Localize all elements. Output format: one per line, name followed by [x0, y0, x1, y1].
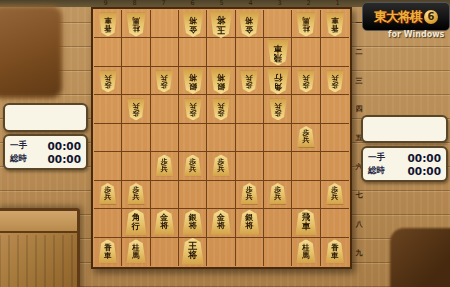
- file-label-7: 7: [149, 0, 178, 7]
- piece-kanji: 金: [245, 24, 253, 32]
- board-cell-2-7[interactable]: [292, 181, 320, 209]
- board-cell-9-4[interactable]: [94, 95, 122, 123]
- file-label-2: 2: [294, 0, 323, 7]
- board-cell-8-2[interactable]: [122, 38, 150, 66]
- board-cell-9-6[interactable]: [94, 152, 122, 180]
- board-cell-2-1[interactable]: 桂馬: [292, 10, 320, 38]
- board-cell-5-3[interactable]: 銀将: [207, 67, 235, 95]
- piece-sente-lance[interactable]: 香車: [98, 239, 117, 263]
- board-cell-1-8[interactable]: [321, 209, 349, 237]
- piece-kanji: 兵: [104, 74, 111, 81]
- board-cell-2-9[interactable]: 桂馬: [292, 238, 320, 266]
- piece-kanji: 馬: [302, 251, 310, 259]
- piece-gote-pawn[interactable]: 歩兵: [212, 98, 230, 120]
- sente-move-time: 00:00: [408, 152, 441, 164]
- board-file-labels: 987654321: [91, 0, 352, 7]
- piece-kanji: 銀: [217, 81, 225, 89]
- piece-sente-knight[interactable]: 桂馬: [296, 239, 316, 263]
- file-label-9: 9: [91, 0, 120, 7]
- piece-kanji: 金: [189, 24, 197, 32]
- board-cell-4-3[interactable]: 歩兵: [236, 67, 264, 95]
- board-cell-1-2[interactable]: [321, 38, 349, 66]
- board-cell-6-9[interactable]: 王将: [179, 238, 207, 266]
- piece-kanji: 行: [273, 72, 282, 81]
- piece-sente-pawn[interactable]: 歩兵: [99, 183, 117, 205]
- piece-kanji: 車: [302, 222, 311, 231]
- piece-kanji: 兵: [246, 74, 253, 81]
- board-cell-4-8[interactable]: 銀将: [236, 209, 264, 237]
- board-cell-2-3[interactable]: 歩兵: [292, 67, 320, 95]
- rank-label-2: 二: [353, 38, 365, 67]
- piece-kanji: 兵: [217, 102, 224, 109]
- board-cell-8-3[interactable]: [122, 67, 150, 95]
- piece-kanji: 兵: [161, 165, 168, 172]
- piece-kanji: 馬: [132, 17, 140, 25]
- piece-gote-pawn[interactable]: 歩兵: [155, 70, 173, 92]
- piece-gote-pawn[interactable]: 歩兵: [326, 70, 344, 92]
- board-cell-9-2[interactable]: [94, 38, 122, 66]
- rank-label-3: 三: [353, 66, 365, 95]
- piece-sente-pawn[interactable]: 歩兵: [155, 154, 173, 176]
- rank-label-9: 九: [353, 238, 365, 267]
- piece-kanji: 将: [160, 222, 168, 230]
- board-cell-9-5[interactable]: [94, 124, 122, 152]
- gote-total-label: 総時: [10, 153, 27, 165]
- board-cell-6-7[interactable]: [179, 181, 207, 209]
- sente-clock-total-row: 総時 00:00: [368, 165, 441, 177]
- board-cell-5-4[interactable]: 歩兵: [207, 95, 235, 123]
- board-cell-6-3[interactable]: 銀将: [179, 67, 207, 95]
- file-label-8: 8: [120, 0, 149, 7]
- piece-sente-silver[interactable]: 銀将: [182, 210, 203, 235]
- piece-kanji: 歩: [189, 109, 196, 116]
- piece-sente-king[interactable]: 王将: [181, 238, 204, 265]
- gote-nameplate: [3, 103, 88, 132]
- app-logo: 東大将棋 6: [362, 2, 450, 31]
- board-cell-8-7[interactable]: 歩兵: [122, 181, 150, 209]
- board-cell-1-1[interactable]: 香車: [321, 10, 349, 38]
- piece-kanji: 兵: [217, 165, 224, 172]
- board-cell-5-6[interactable]: 歩兵: [207, 152, 235, 180]
- piece-kanji: 車: [104, 17, 112, 25]
- piece-gote-pawn[interactable]: 歩兵: [297, 70, 315, 92]
- piece-kanji: 将: [189, 222, 197, 230]
- board-grid: 香車桂馬金将玉将金将桂馬香車飛車歩兵歩兵銀将銀将歩兵角行歩兵歩兵歩兵歩兵歩兵歩兵…: [94, 10, 349, 266]
- board-cell-7-5[interactable]: [151, 124, 179, 152]
- piece-kanji: 将: [245, 16, 253, 24]
- board-cell-9-7[interactable]: 歩兵: [94, 181, 122, 209]
- board-cell-7-2[interactable]: [151, 38, 179, 66]
- piece-kanji: 歩: [132, 109, 139, 116]
- piece-kanji: 行: [132, 222, 141, 231]
- board-cell-4-2[interactable]: [236, 38, 264, 66]
- app-logo-subtitle: for Windows: [388, 30, 448, 39]
- board-cell-2-2[interactable]: [292, 38, 320, 66]
- sente-total-time: 00:00: [408, 165, 441, 177]
- piece-gote-pawn[interactable]: 歩兵: [127, 98, 145, 120]
- board-cell-9-3[interactable]: 歩兵: [94, 67, 122, 95]
- piece-box: [0, 208, 80, 287]
- board-cell-7-6[interactable]: 歩兵: [151, 152, 179, 180]
- board-cell-3-9[interactable]: [264, 238, 292, 266]
- board-cell-5-5[interactable]: [207, 124, 235, 152]
- board-cell-4-4[interactable]: [236, 95, 264, 123]
- rank-label-1: 一: [353, 9, 365, 38]
- board-cell-8-8[interactable]: 角行: [122, 209, 150, 237]
- piece-kanji: 兵: [302, 74, 309, 81]
- board-cell-8-9[interactable]: 桂馬: [122, 238, 150, 266]
- gote-clock: 一手 00:00 総時 00:00: [3, 134, 88, 170]
- piece-sente-pawn[interactable]: 歩兵: [297, 126, 315, 148]
- board-cell-4-9[interactable]: [236, 238, 264, 266]
- piece-gote-lance[interactable]: 香車: [98, 12, 117, 36]
- piece-kanji: 将: [217, 222, 225, 230]
- board-cell-7-9[interactable]: [151, 238, 179, 266]
- piece-kanji: 将: [189, 16, 197, 24]
- piece-gote-pawn[interactable]: 歩兵: [184, 98, 202, 120]
- piece-sente-pawn[interactable]: 歩兵: [212, 154, 230, 176]
- board-cell-7-8[interactable]: 金将: [151, 209, 179, 237]
- piece-kanji: 飛: [273, 53, 282, 62]
- board-cell-6-8[interactable]: 銀将: [179, 209, 207, 237]
- piece-sente-silver[interactable]: 銀将: [239, 210, 260, 235]
- piece-gote-knight[interactable]: 桂馬: [126, 12, 146, 36]
- board-cell-3-5[interactable]: [264, 124, 292, 152]
- board-cell-6-2[interactable]: [179, 38, 207, 66]
- board-cell-4-1[interactable]: 金将: [236, 10, 264, 38]
- board-cell-1-4[interactable]: [321, 95, 349, 123]
- board-cell-6-6[interactable]: 歩兵: [179, 152, 207, 180]
- piece-gote-silver[interactable]: 銀将: [182, 69, 203, 94]
- gote-clock-move-row: 一手 00:00: [10, 140, 81, 152]
- board-cell-3-1[interactable]: [264, 10, 292, 38]
- file-label-6: 6: [178, 0, 207, 7]
- board-cell-3-2[interactable]: 飛車: [264, 38, 292, 66]
- piece-gote-bishop[interactable]: 角行: [267, 68, 289, 94]
- piece-kanji: 兵: [274, 194, 281, 201]
- board-cell-1-9[interactable]: 香車: [321, 238, 349, 266]
- piece-sente-pawn[interactable]: 歩兵: [269, 183, 287, 205]
- rank-label-7: 七: [353, 181, 365, 210]
- board-cell-1-3[interactable]: 歩兵: [321, 67, 349, 95]
- file-label-4: 4: [236, 0, 265, 7]
- gote-move-time: 00:00: [48, 140, 81, 152]
- sente-clock-move-row: 一手 00:00: [368, 152, 441, 164]
- piece-kanji: 兵: [161, 74, 168, 81]
- piece-kanji: 兵: [189, 165, 196, 172]
- file-label-5: 5: [207, 0, 236, 7]
- piece-kanji: 車: [331, 17, 339, 25]
- board-cell-4-5[interactable]: [236, 124, 264, 152]
- board-cell-9-1[interactable]: 香車: [94, 10, 122, 38]
- app-logo-title: 東大将棋: [374, 8, 422, 26]
- piece-kanji: 馬: [302, 17, 310, 25]
- piece-kanji: 兵: [246, 194, 253, 201]
- board-cell-8-6[interactable]: [122, 152, 150, 180]
- piece-gote-knight[interactable]: 桂馬: [296, 12, 316, 36]
- piece-kanji: 車: [104, 251, 112, 259]
- piece-kanji: 兵: [331, 74, 338, 81]
- board-cell-6-5[interactable]: [179, 124, 207, 152]
- board-cell-5-2[interactable]: [207, 38, 235, 66]
- board-cell-5-1[interactable]: 玉将: [207, 10, 235, 38]
- board-cell-8-1[interactable]: 桂馬: [122, 10, 150, 38]
- board-cell-7-4[interactable]: [151, 95, 179, 123]
- board-cell-9-8[interactable]: [94, 209, 122, 237]
- piece-sente-pawn[interactable]: 歩兵: [326, 183, 344, 205]
- piece-kanji: 歩: [217, 109, 224, 116]
- piece-kanji: 将: [216, 15, 225, 24]
- board-cell-5-7[interactable]: [207, 181, 235, 209]
- piece-kanji: 車: [331, 251, 339, 259]
- piece-gote-silver[interactable]: 銀将: [210, 69, 231, 94]
- rank-label-8: 八: [353, 210, 365, 239]
- board-cell-6-4[interactable]: 歩兵: [179, 95, 207, 123]
- board-cell-3-8[interactable]: [264, 209, 292, 237]
- piece-kanji: 歩: [274, 109, 281, 116]
- app-logo-version-badge: 6: [424, 10, 438, 24]
- piece-sente-knight[interactable]: 桂馬: [126, 239, 146, 263]
- piece-box-grain: [0, 235, 77, 287]
- piece-gote-gold[interactable]: 金将: [182, 12, 203, 37]
- piece-sente-pawn[interactable]: 歩兵: [127, 183, 145, 205]
- piece-kanji: 兵: [331, 194, 338, 201]
- piece-kanji: 兵: [302, 137, 309, 144]
- piece-sente-gold[interactable]: 金将: [210, 210, 231, 235]
- gote-clock-total-row: 総時 00:00: [10, 153, 81, 165]
- piece-box-lid: [0, 211, 77, 233]
- board-cell-4-7[interactable]: 歩兵: [236, 181, 264, 209]
- board-cell-3-7[interactable]: 歩兵: [264, 181, 292, 209]
- piece-kanji: 馬: [132, 251, 140, 259]
- piece-kanji: 将: [189, 73, 197, 81]
- shogi-board: 香車桂馬金将玉将金将桂馬香車飛車歩兵歩兵銀将銀将歩兵角行歩兵歩兵歩兵歩兵歩兵歩兵…: [91, 7, 352, 269]
- board-cell-3-4[interactable]: 歩兵: [264, 95, 292, 123]
- board-cell-8-4[interactable]: 歩兵: [122, 95, 150, 123]
- piece-gote-pawn[interactable]: 歩兵: [269, 98, 287, 120]
- piece-gote-gold[interactable]: 金将: [239, 12, 260, 37]
- board-cell-1-5[interactable]: [321, 124, 349, 152]
- board-cell-7-7[interactable]: [151, 181, 179, 209]
- piece-gote-king[interactable]: 玉将: [209, 11, 232, 38]
- board-cell-1-6[interactable]: [321, 152, 349, 180]
- board-cell-8-5[interactable]: [122, 124, 150, 152]
- piece-sente-gold[interactable]: 金将: [154, 210, 175, 235]
- table-corner-shadow: [390, 228, 450, 287]
- piece-gote-pawn[interactable]: 歩兵: [99, 70, 117, 92]
- piece-sente-pawn[interactable]: 歩兵: [240, 183, 258, 205]
- piece-gote-pawn[interactable]: 歩兵: [240, 70, 258, 92]
- piece-kanji: 将: [188, 251, 197, 260]
- piece-kanji: 兵: [132, 102, 139, 109]
- piece-sente-bishop[interactable]: 角行: [125, 209, 147, 235]
- piece-gote-lance[interactable]: 香車: [325, 12, 344, 36]
- piece-kanji: 兵: [132, 194, 139, 201]
- gote-move-label: 一手: [10, 140, 27, 152]
- piece-kanji: 兵: [104, 194, 111, 201]
- board-cell-3-6[interactable]: [264, 152, 292, 180]
- sente-nameplate: [361, 115, 448, 143]
- piece-kanji: 兵: [189, 102, 196, 109]
- file-label-1: 1: [323, 0, 352, 7]
- file-label-3: 3: [265, 0, 294, 7]
- piece-kanji: 将: [245, 222, 253, 230]
- board-cell-4-6[interactable]: [236, 152, 264, 180]
- board-cell-5-8[interactable]: 金将: [207, 209, 235, 237]
- board-cell-3-3[interactable]: 角行: [264, 67, 292, 95]
- sente-move-label: 一手: [368, 152, 385, 164]
- piece-gote-rook[interactable]: 飛車: [267, 40, 289, 66]
- board-cell-2-4[interactable]: [292, 95, 320, 123]
- board-cell-2-6[interactable]: [292, 152, 320, 180]
- piece-sente-rook[interactable]: 飛車: [295, 209, 317, 235]
- piece-sente-pawn[interactable]: 歩兵: [184, 154, 202, 176]
- piece-kanji: 車: [273, 44, 282, 53]
- piece-kanji: 銀: [189, 81, 197, 89]
- board-cell-2-8[interactable]: 飛車: [292, 209, 320, 237]
- board-cell-5-9[interactable]: [207, 238, 235, 266]
- background-furniture: [0, 6, 62, 98]
- piece-kanji: 兵: [274, 102, 281, 109]
- piece-kanji: 将: [217, 73, 225, 81]
- board-cell-2-5[interactable]: 歩兵: [292, 124, 320, 152]
- board-cell-1-7[interactable]: 歩兵: [321, 181, 349, 209]
- piece-sente-lance[interactable]: 香車: [325, 239, 344, 263]
- gote-total-time: 00:00: [48, 153, 81, 165]
- board-cell-6-1[interactable]: 金将: [179, 10, 207, 38]
- board-cell-9-9[interactable]: 香車: [94, 238, 122, 266]
- board-cell-7-3[interactable]: 歩兵: [151, 67, 179, 95]
- sente-clock: 一手 00:00 総時 00:00: [361, 146, 448, 182]
- sente-total-label: 総時: [368, 165, 385, 177]
- piece-kanji: 玉: [216, 24, 225, 33]
- board-cell-7-1[interactable]: [151, 10, 179, 38]
